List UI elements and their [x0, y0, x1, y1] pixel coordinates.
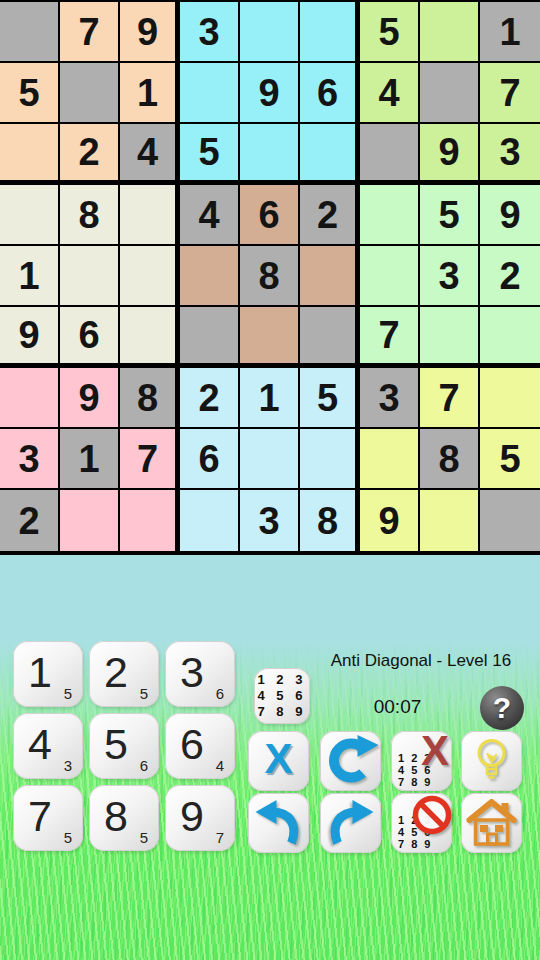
cell-r4c6[interactable]: 2	[300, 185, 360, 246]
cell-r3c2[interactable]: 2	[60, 124, 120, 185]
cell-r7c6[interactable]: 5	[300, 368, 360, 429]
cell-r4c5[interactable]: 6	[240, 185, 300, 246]
home-icon	[461, 793, 522, 853]
question-icon: ?	[493, 691, 511, 725]
cell-r8c5[interactable]	[240, 429, 300, 490]
numpad-key-4[interactable]: 43	[13, 713, 83, 779]
numpad-key-8[interactable]: 85	[89, 785, 159, 851]
cell-r4c1[interactable]	[0, 185, 60, 246]
numpad: 152536435664758597	[13, 641, 235, 851]
cell-r4c4[interactable]: 4	[180, 185, 240, 246]
cell-r2c6[interactable]: 6	[300, 63, 360, 124]
cell-r9c4[interactable]	[180, 490, 240, 551]
numpad-digit: 9	[165, 792, 219, 841]
cell-r9c2[interactable]	[60, 490, 120, 551]
cell-r1c3[interactable]: 9	[120, 2, 180, 63]
cell-r6c7[interactable]: 7	[360, 307, 420, 368]
cell-r6c2[interactable]: 6	[60, 307, 120, 368]
delete-button[interactable]: X	[248, 731, 309, 791]
cell-r8c3[interactable]: 7	[120, 429, 180, 490]
numpad-count: 5	[64, 829, 72, 846]
lightbulb-icon	[461, 731, 522, 791]
numpad-count: 3	[64, 757, 72, 774]
numpad-count: 7	[216, 829, 224, 846]
numpad-digit: 7	[13, 792, 67, 841]
block-pencil-marks-button[interactable]: 1 2 3 4 5 6 7 8 9	[391, 793, 452, 853]
cell-r8c9[interactable]: 5	[480, 429, 540, 490]
cell-r1c7[interactable]: 5	[360, 2, 420, 63]
cell-r2c4[interactable]	[180, 63, 240, 124]
numpad-digit: 8	[89, 792, 143, 841]
game-title: Anti Diagonal - Level 16	[302, 651, 540, 671]
cell-r7c3[interactable]: 8	[120, 368, 180, 429]
cell-r8c2[interactable]: 1	[60, 429, 120, 490]
numpad-key-7[interactable]: 75	[13, 785, 83, 851]
cell-r2c2[interactable]	[60, 63, 120, 124]
cell-r5c5[interactable]: 8	[240, 246, 300, 307]
numpad-key-5[interactable]: 56	[89, 713, 159, 779]
cell-r9c6[interactable]: 8	[300, 490, 360, 551]
numpad-count: 6	[140, 757, 148, 774]
numpad-digit: 3	[165, 648, 219, 697]
cell-r5c2[interactable]	[60, 246, 120, 307]
cell-r4c9[interactable]: 9	[480, 185, 540, 246]
cell-r6c4[interactable]	[180, 307, 240, 368]
cell-r4c3[interactable]	[120, 185, 180, 246]
pencil-marks-button[interactable]: 1 2 3 4 5 6 7 8 9	[254, 668, 310, 724]
restart-button[interactable]	[320, 731, 381, 791]
home-button[interactable]	[461, 793, 522, 853]
cell-r3c4[interactable]: 5	[180, 124, 240, 185]
cell-r8c1[interactable]: 3	[0, 429, 60, 490]
sudoku-board: 7935151964724593846259183296798215373176…	[0, 0, 540, 555]
cell-r9c8[interactable]	[420, 490, 480, 551]
no-entry-icon	[411, 794, 453, 836]
cell-r6c8[interactable]	[420, 307, 480, 368]
cell-r3c3[interactable]: 4	[120, 124, 180, 185]
cell-r7c9[interactable]	[480, 368, 540, 429]
cell-r5c3[interactable]	[120, 246, 180, 307]
cell-r9c3[interactable]	[120, 490, 180, 551]
cell-r7c4[interactable]: 2	[180, 368, 240, 429]
cell-r6c3[interactable]	[120, 307, 180, 368]
cell-r6c5[interactable]	[240, 307, 300, 368]
numpad-key-1[interactable]: 15	[13, 641, 83, 707]
cell-r1c8[interactable]	[420, 2, 480, 63]
cell-r7c1[interactable]	[0, 368, 60, 429]
pencil-grid-icon: 1 2 3 4 5 6 7 8 9	[254, 672, 310, 720]
cell-r1c4[interactable]: 3	[180, 2, 240, 63]
cell-r9c7[interactable]: 9	[360, 490, 420, 551]
cell-r4c8[interactable]: 5	[420, 185, 480, 246]
cell-r8c4[interactable]: 6	[180, 429, 240, 490]
hint-button[interactable]	[461, 731, 522, 791]
cell-r5c1[interactable]: 1	[0, 246, 60, 307]
cell-r1c6[interactable]	[300, 2, 360, 63]
undo-button[interactable]	[248, 793, 309, 853]
cell-r1c1[interactable]	[0, 2, 60, 63]
redo-button[interactable]	[320, 793, 381, 853]
clear-pencil-marks-button[interactable]: 1 2 3 4 5 6 7 8 9 X	[391, 731, 452, 791]
redo-circle-icon	[320, 731, 381, 791]
help-button[interactable]: ?	[480, 686, 524, 730]
numpad-count: 5	[140, 829, 148, 846]
cell-r9c9[interactable]	[480, 490, 540, 551]
cell-r7c7[interactable]: 3	[360, 368, 420, 429]
cell-r2c7[interactable]: 4	[360, 63, 420, 124]
cell-r6c1[interactable]: 9	[0, 307, 60, 368]
numpad-count: 4	[216, 757, 224, 774]
cell-r3c8[interactable]: 9	[420, 124, 480, 185]
numpad-key-6[interactable]: 64	[165, 713, 235, 779]
redo-arrow-icon	[320, 793, 381, 853]
red-x-icon: X	[421, 727, 449, 775]
numpad-count: 5	[140, 685, 148, 702]
cell-r2c9[interactable]: 7	[480, 63, 540, 124]
timer: 00:07	[340, 696, 455, 718]
numpad-key-3[interactable]: 36	[165, 641, 235, 707]
cell-r1c5[interactable]	[240, 2, 300, 63]
numpad-digit: 4	[13, 720, 67, 769]
cell-r3c7[interactable]	[360, 124, 420, 185]
numpad-count: 6	[216, 685, 224, 702]
cell-r3c1[interactable]	[0, 124, 60, 185]
cell-r7c8[interactable]: 7	[420, 368, 480, 429]
cell-r1c9[interactable]: 1	[480, 2, 540, 63]
cell-r2c5[interactable]: 9	[240, 63, 300, 124]
numpad-digit: 6	[165, 720, 219, 769]
x-icon: X	[248, 735, 309, 783]
numpad-digit: 1	[13, 648, 67, 697]
cell-r9c1[interactable]: 2	[0, 490, 60, 551]
cell-r4c2[interactable]: 8	[60, 185, 120, 246]
cell-r5c7[interactable]	[360, 246, 420, 307]
numpad-digit: 2	[89, 648, 143, 697]
cell-r2c3[interactable]: 1	[120, 63, 180, 124]
cell-r3c6[interactable]	[300, 124, 360, 185]
cell-r4c7[interactable]	[360, 185, 420, 246]
cell-r5c4[interactable]	[180, 246, 240, 307]
cell-r7c5[interactable]: 1	[240, 368, 300, 429]
numpad-digit: 5	[89, 720, 143, 769]
cell-r8c8[interactable]: 8	[420, 429, 480, 490]
cell-r8c6[interactable]	[300, 429, 360, 490]
cell-r3c9[interactable]: 3	[480, 124, 540, 185]
cell-r2c8[interactable]	[420, 63, 480, 124]
undo-arrow-icon	[248, 793, 309, 853]
cell-r6c6[interactable]	[300, 307, 360, 368]
cell-r5c6[interactable]	[300, 246, 360, 307]
cell-r2c1[interactable]: 5	[0, 63, 60, 124]
numpad-key-9[interactable]: 97	[165, 785, 235, 851]
cell-r5c9[interactable]: 2	[480, 246, 540, 307]
cell-r9c5[interactable]: 3	[240, 490, 300, 551]
numpad-key-2[interactable]: 25	[89, 641, 159, 707]
cell-r3c5[interactable]	[240, 124, 300, 185]
cell-r8c7[interactable]	[360, 429, 420, 490]
cell-r7c2[interactable]: 9	[60, 368, 120, 429]
cell-r6c9[interactable]	[480, 307, 540, 368]
cell-r1c2[interactable]: 7	[60, 2, 120, 63]
cell-r5c8[interactable]: 3	[420, 246, 480, 307]
numpad-count: 5	[64, 685, 72, 702]
